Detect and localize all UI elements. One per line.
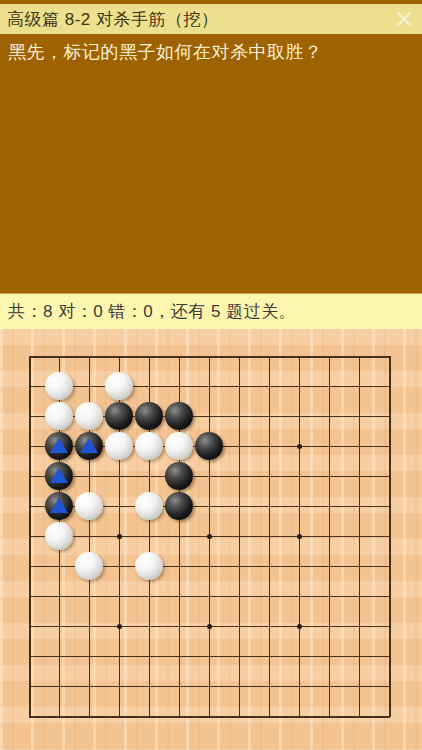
stone-black[interactable] [165,492,193,520]
close-button[interactable] [393,8,415,30]
stone-white[interactable] [105,432,133,460]
triangle-mark-icon [50,468,68,483]
grid-line-v [239,356,240,717]
stone-black-marked[interactable] [45,492,73,520]
grid-line-v [269,356,270,717]
go-board[interactable] [29,356,392,719]
board-wood-background [0,329,422,750]
stone-black-marked[interactable] [45,462,73,490]
question-panel: 黑先，标记的黑子如何在对杀中取胜？ [0,34,422,293]
star-point [117,624,122,629]
stone-black-marked[interactable] [45,432,73,460]
close-icon [394,9,414,29]
triangle-mark-icon [50,498,68,513]
star-point [117,534,122,539]
grid-line-v [359,356,360,717]
page-title: 高级篇 8-2 对杀手筋（挖） [7,8,219,31]
grid-line-v [389,356,391,717]
stone-white[interactable] [45,372,73,400]
grid-line-v [329,356,330,717]
stone-white[interactable] [135,552,163,580]
grid-line-h [29,596,390,597]
stone-white[interactable] [75,492,103,520]
star-point [207,534,212,539]
star-point [297,534,302,539]
stone-white[interactable] [45,402,73,430]
star-point [297,624,302,629]
grid-line-h [29,716,390,718]
status-bar: 共：8 对：0 错：0，还有 5 题过关。 [0,293,422,329]
app-screen: 高级篇 8-2 对杀手筋（挖） 黑先，标记的黑子如何在对杀中取胜？ 共：8 对：… [0,0,422,750]
title-bar: 高级篇 8-2 对杀手筋（挖） [0,4,422,34]
progress-status-text: 共：8 对：0 错：0，还有 5 题过关。 [8,300,296,323]
stone-white[interactable] [75,552,103,580]
stone-black[interactable] [165,462,193,490]
puzzle-question-text: 黑先，标记的黑子如何在对杀中取胜？ [8,40,414,64]
grid-line-h [29,686,390,687]
stone-white[interactable] [165,432,193,460]
star-point [297,444,302,449]
stone-black[interactable] [105,402,133,430]
star-point [207,624,212,629]
stone-white[interactable] [75,402,103,430]
triangle-mark-icon [80,438,98,453]
stone-black[interactable] [165,402,193,430]
stone-white[interactable] [135,492,163,520]
stone-white[interactable] [45,522,73,550]
stone-black[interactable] [135,402,163,430]
stone-white[interactable] [105,372,133,400]
stone-black[interactable] [195,432,223,460]
triangle-mark-icon [50,438,68,453]
grid-line-h [29,656,390,657]
stone-black-marked[interactable] [75,432,103,460]
stone-white[interactable] [135,432,163,460]
